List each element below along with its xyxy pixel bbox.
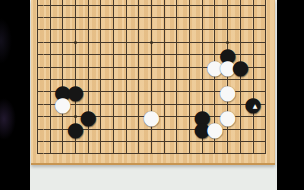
intersection-A8[interactable] — [31, 61, 44, 73]
intersection-G10[interactable] — [107, 36, 120, 48]
intersection-H2[interactable] — [120, 135, 133, 147]
board-grid: ●●●●●●●●●▲●●●●●●● — [31, 0, 272, 160]
intersection-F13[interactable] — [94, 0, 107, 11]
intersection-J9[interactable] — [133, 49, 146, 61]
intersection-T8[interactable] — [259, 61, 272, 73]
intersection-A5[interactable] — [31, 98, 44, 110]
last-move-marker: ▲ — [253, 103, 258, 109]
intersection-H10[interactable] — [120, 36, 133, 48]
intersection-K4[interactable]: ● — [145, 111, 158, 123]
intersection-J8[interactable] — [133, 61, 146, 73]
intersection-T2[interactable] — [259, 135, 272, 147]
intersection-J2[interactable] — [133, 135, 146, 147]
intersection-G7[interactable] — [107, 73, 120, 85]
intersection-D11[interactable] — [69, 24, 82, 36]
intersection-L12[interactable] — [158, 11, 171, 23]
white-stone-K4: ● — [145, 111, 158, 123]
intersection-D12[interactable] — [69, 11, 82, 23]
intersection-J1[interactable] — [133, 148, 146, 160]
intersection-T13[interactable] — [259, 0, 272, 11]
intersection-T12[interactable] — [259, 11, 272, 23]
intersection-B8[interactable] — [44, 61, 57, 73]
intersection-N8[interactable] — [183, 61, 196, 73]
intersection-G3[interactable] — [107, 123, 120, 135]
intersection-F8[interactable] — [94, 61, 107, 73]
intersection-G8[interactable] — [107, 61, 120, 73]
intersection-G11[interactable] — [107, 24, 120, 36]
intersection-G1[interactable] — [107, 148, 120, 160]
intersection-G9[interactable] — [107, 49, 120, 61]
intersection-K13[interactable] — [145, 0, 158, 11]
intersection-J10[interactable] — [133, 36, 146, 48]
intersection-F1[interactable] — [94, 148, 107, 160]
intersection-A9[interactable] — [31, 49, 44, 61]
intersection-T7[interactable] — [259, 73, 272, 85]
intersection-C5[interactable]: ● — [56, 98, 69, 110]
intersection-J13[interactable] — [133, 0, 146, 11]
black-stone-S5: ●▲ — [247, 98, 260, 110]
intersection-A7[interactable] — [31, 73, 44, 85]
intersection-E12[interactable] — [82, 11, 95, 23]
intersection-O10[interactable] — [196, 36, 209, 48]
intersection-N11[interactable] — [183, 24, 196, 36]
intersection-J7[interactable] — [133, 73, 146, 85]
intersection-T9[interactable] — [259, 49, 272, 61]
video-frame: ●●●●●●●●●▲●●●●●●● — [0, 0, 304, 190]
white-stone-C5: ● — [56, 98, 69, 110]
intersection-J12[interactable] — [133, 11, 146, 23]
intersection-S11[interactable] — [247, 24, 260, 36]
intersection-M4[interactable] — [171, 111, 184, 123]
intersection-Q6[interactable]: ● — [221, 86, 234, 98]
intersection-S12[interactable] — [247, 11, 260, 23]
intersection-L1[interactable] — [158, 148, 171, 160]
intersection-G13[interactable] — [107, 0, 120, 11]
intersection-O12[interactable] — [196, 11, 209, 23]
intersection-A1[interactable] — [31, 148, 44, 160]
intersection-C8[interactable] — [56, 61, 69, 73]
intersection-B3[interactable] — [44, 123, 57, 135]
intersection-B12[interactable] — [44, 11, 57, 23]
intersection-D10[interactable] — [69, 36, 82, 48]
intersection-T1[interactable] — [259, 148, 272, 160]
intersection-K2[interactable] — [145, 135, 158, 147]
intersection-D8[interactable] — [69, 61, 82, 73]
intersection-M6[interactable] — [171, 86, 184, 98]
intersection-F12[interactable] — [94, 11, 107, 23]
intersection-K12[interactable] — [145, 11, 158, 23]
intersection-T10[interactable] — [259, 36, 272, 48]
intersection-D1[interactable] — [69, 148, 82, 160]
intersection-H9[interactable] — [120, 49, 133, 61]
intersection-Q13[interactable] — [221, 0, 234, 11]
intersection-T3[interactable] — [259, 123, 272, 135]
intersection-S3[interactable] — [247, 123, 260, 135]
intersection-M5[interactable] — [171, 98, 184, 110]
intersection-H8[interactable] — [120, 61, 133, 73]
intersection-L2[interactable] — [158, 135, 171, 147]
intersection-E10[interactable] — [82, 36, 95, 48]
intersection-P13[interactable] — [209, 0, 222, 11]
intersection-L7[interactable] — [158, 73, 171, 85]
intersection-R2[interactable] — [234, 135, 247, 147]
intersection-M9[interactable] — [171, 49, 184, 61]
intersection-H5[interactable] — [120, 98, 133, 110]
intersection-K11[interactable] — [145, 24, 158, 36]
intersection-A3[interactable] — [31, 123, 44, 135]
intersection-O1[interactable] — [196, 148, 209, 160]
black-stone-D3: ● — [69, 123, 82, 135]
intersection-B2[interactable] — [44, 135, 57, 147]
intersection-O11[interactable] — [196, 24, 209, 36]
intersection-P1[interactable] — [209, 148, 222, 160]
black-stone-R8: ● — [234, 61, 247, 73]
intersection-K7[interactable] — [145, 73, 158, 85]
intersection-D9[interactable] — [69, 49, 82, 61]
letterbox-right — [277, 0, 304, 190]
intersection-C11[interactable] — [56, 24, 69, 36]
intersection-E11[interactable] — [82, 24, 95, 36]
intersection-C12[interactable] — [56, 11, 69, 23]
intersection-M3[interactable] — [171, 123, 184, 135]
intersection-J11[interactable] — [133, 24, 146, 36]
intersection-H11[interactable] — [120, 24, 133, 36]
intersection-G5[interactable] — [107, 98, 120, 110]
intersection-L13[interactable] — [158, 0, 171, 11]
intersection-F9[interactable] — [94, 49, 107, 61]
intersection-R13[interactable] — [234, 0, 247, 11]
intersection-R11[interactable] — [234, 24, 247, 36]
intersection-C1[interactable] — [56, 148, 69, 160]
intersection-C13[interactable] — [56, 0, 69, 11]
intersection-M11[interactable] — [171, 24, 184, 36]
intersection-Q12[interactable] — [221, 11, 234, 23]
intersection-H7[interactable] — [120, 73, 133, 85]
intersection-H6[interactable] — [120, 86, 133, 98]
intersection-C9[interactable] — [56, 49, 69, 61]
intersection-S1[interactable] — [247, 148, 260, 160]
intersection-R8[interactable]: ● — [234, 61, 247, 73]
intersection-K6[interactable] — [145, 86, 158, 98]
intersection-A4[interactable] — [31, 111, 44, 123]
intersection-M8[interactable] — [171, 61, 184, 73]
intersection-M10[interactable] — [171, 36, 184, 48]
intersection-D13[interactable] — [69, 0, 82, 11]
intersection-A12[interactable] — [31, 11, 44, 23]
intersection-B11[interactable] — [44, 24, 57, 36]
white-stone-P3: ● — [209, 123, 222, 135]
intersection-E13[interactable] — [82, 0, 95, 11]
intersection-N12[interactable] — [183, 11, 196, 23]
intersection-M12[interactable] — [171, 11, 184, 23]
intersection-G12[interactable] — [107, 11, 120, 23]
intersection-T11[interactable] — [259, 24, 272, 36]
intersection-M7[interactable] — [171, 73, 184, 85]
white-stone-Q6: ● — [221, 86, 234, 98]
intersection-E1[interactable] — [82, 148, 95, 160]
intersection-E8[interactable] — [82, 61, 95, 73]
intersection-M2[interactable] — [171, 135, 184, 147]
intersection-S10[interactable] — [247, 36, 260, 48]
intersection-L10[interactable] — [158, 36, 171, 48]
intersection-P3[interactable]: ● — [209, 123, 222, 135]
intersection-N10[interactable] — [183, 36, 196, 48]
intersection-S2[interactable] — [247, 135, 260, 147]
intersection-A13[interactable] — [31, 0, 44, 11]
intersection-F6[interactable] — [94, 86, 107, 98]
intersection-O13[interactable] — [196, 0, 209, 11]
letterbox-left — [0, 0, 30, 190]
intersection-G2[interactable] — [107, 135, 120, 147]
intersection-F10[interactable] — [94, 36, 107, 48]
intersection-P12[interactable] — [209, 11, 222, 23]
intersection-H13[interactable] — [120, 0, 133, 11]
go-board[interactable]: ●●●●●●●●●▲●●●●●●● — [31, 0, 275, 165]
intersection-A2[interactable] — [31, 135, 44, 147]
intersection-B10[interactable] — [44, 36, 57, 48]
intersection-B9[interactable] — [44, 49, 57, 61]
intersection-R1[interactable] — [234, 148, 247, 160]
intersection-J6[interactable] — [133, 86, 146, 98]
intersection-N13[interactable] — [183, 0, 196, 11]
intersection-E9[interactable] — [82, 49, 95, 61]
intersection-O6[interactable] — [196, 86, 209, 98]
intersection-B1[interactable] — [44, 148, 57, 160]
intersection-S13[interactable] — [247, 0, 260, 11]
intersection-Q11[interactable] — [221, 24, 234, 36]
intersection-P11[interactable] — [209, 24, 222, 36]
intersection-H1[interactable] — [120, 148, 133, 160]
board-area: ●●●●●●●●●▲●●●●●●● — [30, 0, 277, 190]
intersection-H12[interactable] — [120, 11, 133, 23]
intersection-F7[interactable] — [94, 73, 107, 85]
intersection-K1[interactable] — [145, 148, 158, 160]
intersection-K8[interactable] — [145, 61, 158, 73]
intersection-S5[interactable]: ●▲ — [247, 98, 260, 110]
intersection-L6[interactable] — [158, 86, 171, 98]
intersection-B13[interactable] — [44, 0, 57, 11]
intersection-C10[interactable] — [56, 36, 69, 48]
intersection-D3[interactable]: ● — [69, 123, 82, 135]
intersection-M1[interactable] — [171, 148, 184, 160]
intersection-G6[interactable] — [107, 86, 120, 98]
intersection-M13[interactable] — [171, 0, 184, 11]
intersection-F2[interactable] — [94, 135, 107, 147]
intersection-N7[interactable] — [183, 73, 196, 85]
intersection-K10[interactable] — [145, 36, 158, 48]
intersection-A10[interactable] — [31, 36, 44, 48]
intersection-H4[interactable] — [120, 111, 133, 123]
intersection-Q1[interactable] — [221, 148, 234, 160]
intersection-N9[interactable] — [183, 49, 196, 61]
intersection-N6[interactable] — [183, 86, 196, 98]
intersection-F11[interactable] — [94, 24, 107, 36]
intersection-G4[interactable] — [107, 111, 120, 123]
intersection-H3[interactable] — [120, 123, 133, 135]
intersection-N1[interactable] — [183, 148, 196, 160]
intersection-A6[interactable] — [31, 86, 44, 98]
intersection-K9[interactable] — [145, 49, 158, 61]
intersection-R12[interactable] — [234, 11, 247, 23]
intersection-L8[interactable] — [158, 61, 171, 73]
intersection-L11[interactable] — [158, 24, 171, 36]
intersection-L9[interactable] — [158, 49, 171, 61]
intersection-A11[interactable] — [31, 24, 44, 36]
